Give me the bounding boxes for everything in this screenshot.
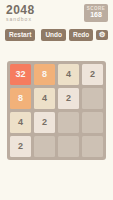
toolbar: Restart Undo Redo ⚙	[0, 29, 113, 41]
score-value: 168	[86, 11, 106, 19]
redo-button[interactable]: Redo	[69, 29, 93, 41]
tile-2: 2	[82, 64, 103, 85]
tile-4: 4	[10, 112, 31, 133]
tile-4: 4	[58, 64, 79, 85]
tile-8: 8	[10, 88, 31, 109]
header: 2048 sandbox SCORE 168	[0, 0, 113, 22]
board-grid[interactable]: 32842842422	[7, 61, 106, 160]
empty-cell	[58, 112, 79, 133]
empty-cell	[82, 136, 103, 157]
page-title: 2048	[6, 4, 35, 16]
tile-2: 2	[58, 88, 79, 109]
restart-button[interactable]: Restart	[5, 29, 35, 41]
tile-4: 4	[34, 88, 55, 109]
tile-2: 2	[10, 136, 31, 157]
gear-icon: ⚙	[99, 30, 106, 39]
empty-cell	[82, 88, 103, 109]
title-block: 2048 sandbox	[6, 4, 35, 22]
empty-cell	[34, 136, 55, 157]
tile-8: 8	[34, 64, 55, 85]
tile-2: 2	[34, 112, 55, 133]
tile-32: 32	[10, 64, 31, 85]
empty-cell	[58, 136, 79, 157]
score-box: SCORE 168	[84, 4, 108, 22]
undo-button[interactable]: Undo	[41, 29, 66, 41]
settings-button[interactable]: ⚙	[96, 30, 108, 41]
page-subtitle: sandbox	[6, 17, 35, 22]
empty-cell	[82, 112, 103, 133]
